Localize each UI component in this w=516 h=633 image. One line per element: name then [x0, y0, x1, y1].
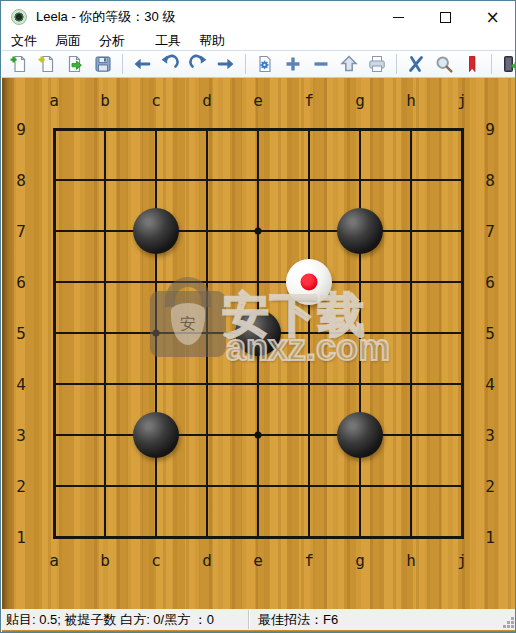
coord-label-left: 7 [16, 222, 26, 241]
grid-line-vertical [461, 128, 464, 539]
status-bar: 贴目: 0.5; 被提子数 白方: 0/黑方 ：0 最佳招法：F6 [2, 609, 516, 630]
last-move-marker [301, 274, 318, 291]
coord-label-right: 5 [485, 324, 495, 343]
coord-label-left: 8 [16, 171, 26, 190]
open-file-icon[interactable] [63, 52, 87, 76]
coord-label-left: 2 [16, 477, 26, 496]
star-point [255, 228, 262, 235]
grid-line-horizontal [53, 536, 464, 539]
app-window: Leela - 你的等级：30 级 × 文件 局面 分析 工具 帮助 [0, 0, 516, 633]
coord-label-left: 3 [16, 426, 26, 445]
coord-label-top: a [49, 91, 59, 110]
menu-item-file[interactable]: 文件 [2, 32, 46, 50]
toolbar-separator [396, 54, 397, 74]
toolbar-separator [122, 54, 123, 74]
status-best-move: 最佳招法：F6 [258, 609, 338, 630]
bookmark-icon[interactable] [460, 52, 484, 76]
close-icon: × [485, 9, 499, 26]
black-stone [133, 208, 179, 254]
resize-grip[interactable] [511, 625, 514, 628]
coord-label-bottom: h [406, 551, 416, 570]
coord-label-left: 9 [16, 120, 26, 139]
grid-line-vertical [308, 128, 310, 539]
black-stone [337, 208, 383, 254]
coord-label-left: 6 [16, 273, 26, 292]
menu-item-position[interactable]: 局面 [46, 32, 90, 50]
coord-label-bottom: j [457, 551, 467, 570]
window-title: Leela - 你的等级：30 级 [36, 8, 175, 26]
pass-up-arrow-icon[interactable] [337, 52, 361, 76]
status-komi-captures: 贴目: 0.5; 被提子数 白方: 0/黑方 ：0 [6, 609, 214, 630]
go-board[interactable]: 安 安下载 anxz.com aabbccddeeffgghhjj9988776… [2, 78, 516, 609]
coord-label-top: b [100, 91, 110, 110]
black-stone [235, 310, 281, 356]
black-stone [133, 412, 179, 458]
forward-arrow-icon[interactable] [214, 52, 238, 76]
undo-icon[interactable] [158, 52, 182, 76]
coord-label-top: h [406, 91, 416, 110]
new-document-green-plus-icon[interactable] [7, 52, 31, 76]
maximize-button[interactable] [422, 2, 469, 32]
title-bar[interactable]: Leela - 你的等级：30 级 × [2, 2, 516, 32]
coord-label-bottom: b [100, 551, 110, 570]
coord-label-top: j [457, 91, 467, 110]
toolbar-separator [245, 54, 246, 74]
app-icon [11, 9, 27, 25]
minimize-button[interactable] [375, 2, 422, 32]
coord-label-bottom: g [355, 551, 365, 570]
coord-label-right: 3 [485, 426, 495, 445]
zoom-out-minus-icon[interactable] [309, 52, 333, 76]
coord-label-right: 8 [485, 171, 495, 190]
menu-item-tools[interactable]: 工具 [146, 32, 190, 50]
coord-label-left: 4 [16, 375, 26, 394]
star-point [153, 330, 160, 337]
menu-item-help[interactable]: 帮助 [190, 32, 234, 50]
star-point [255, 432, 262, 439]
back-arrow-icon[interactable] [130, 52, 154, 76]
close-button[interactable]: × [469, 2, 516, 32]
new-document-yellow-plus-icon[interactable] [35, 52, 59, 76]
coord-label-bottom: c [151, 551, 161, 570]
menu-bar: 文件 局面 分析 工具 帮助 [2, 32, 516, 50]
coord-label-left: 5 [16, 324, 26, 343]
toolbar [2, 50, 516, 78]
coord-label-bottom: d [202, 551, 212, 570]
analyze-page-gear-icon[interactable] [253, 52, 277, 76]
maximize-icon [440, 12, 451, 23]
coord-label-right: 6 [485, 273, 495, 292]
coord-label-right: 4 [485, 375, 495, 394]
coord-label-top: g [355, 91, 365, 110]
zoom-in-plus-icon[interactable] [281, 52, 305, 76]
grid-line-horizontal [53, 383, 464, 385]
white-stone [286, 259, 332, 305]
print-icon[interactable] [365, 52, 389, 76]
coord-label-left: 1 [16, 528, 26, 547]
exit-door-icon[interactable] [499, 52, 516, 76]
coord-label-right: 7 [485, 222, 495, 241]
black-stone [337, 412, 383, 458]
coord-label-top: c [151, 91, 161, 110]
status-separator [248, 610, 249, 629]
coord-label-top: f [304, 91, 314, 110]
watermark-lock-icon: 安 [150, 277, 226, 357]
coord-label-bottom: f [304, 551, 314, 570]
coord-label-top: d [202, 91, 212, 110]
grid-line-vertical [410, 128, 412, 539]
coord-label-right: 9 [485, 120, 495, 139]
grid-line-horizontal [53, 485, 464, 487]
search-magnifier-icon[interactable] [432, 52, 456, 76]
coord-label-bottom: e [253, 551, 263, 570]
redo-icon[interactable] [186, 52, 210, 76]
coord-label-top: e [253, 91, 263, 110]
coord-label-right: 1 [485, 528, 495, 547]
save-icon[interactable] [91, 52, 115, 76]
star-point [357, 330, 364, 337]
cut-x-icon[interactable] [404, 52, 428, 76]
coord-label-right: 2 [485, 477, 495, 496]
toolbar-separator [491, 54, 492, 74]
menu-item-analysis[interactable]: 分析 [90, 32, 134, 50]
coord-label-bottom: a [49, 551, 59, 570]
minimize-icon [393, 17, 404, 18]
